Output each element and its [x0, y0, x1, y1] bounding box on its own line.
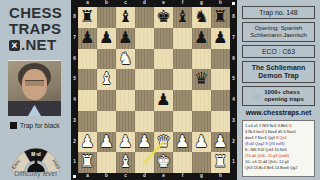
coord-text: 6 [73, 57, 76, 62]
logo-domain: .NET [21, 37, 56, 53]
rank-label-6: 6 [71, 49, 78, 70]
board-corner [230, 173, 237, 180]
move-line: Qh3 13.Bc4 Be6 14.Bxe6 Qg2 [245, 165, 312, 171]
coord-text: 6 [232, 57, 235, 62]
square-f1[interactable] [173, 152, 192, 173]
square-c5[interactable] [116, 69, 135, 90]
black-pawn: ♟ [80, 30, 95, 47]
move-list: 1.e4 e5 2.Nf3 Nc6 3.Bb5 f54.Nc3 fxe4 5.N… [242, 120, 315, 177]
file-label-c: c [116, 173, 135, 180]
rank-label-2: 2 [230, 132, 237, 153]
board-corner [71, 173, 78, 180]
white-pawn: ♟ [175, 134, 190, 151]
move-text: 8.Qe2 [276, 135, 287, 140]
file-label-c: c [116, 0, 135, 7]
rank-label-5: 5 [71, 69, 78, 90]
black-rook: ♜ [213, 9, 228, 26]
square-f4[interactable] [173, 90, 192, 111]
logo-line1: CHESS [9, 5, 62, 21]
square-e8[interactable]: ♚ [154, 7, 173, 28]
square-b1[interactable] [97, 152, 116, 173]
pointer-icon: ☞ [253, 92, 261, 101]
square-d2[interactable]: ♟ [135, 132, 154, 153]
eco-box: ECO : C63 [242, 45, 315, 58]
black-bishop: ♝ [175, 9, 190, 26]
move-text: 4.Nc3 fxe4 5.Nxe4 d5 6.Nxe5 [245, 129, 296, 134]
black-pawn: ♟ [213, 30, 228, 47]
coord-text: h [219, 174, 222, 179]
white-bishop: ♝ [99, 71, 114, 88]
file-label-g: g [192, 173, 211, 180]
move-text: Qh3 13.Bc4 Be6 14.Bxe6 Qg2 [245, 165, 297, 170]
coord-text: 8 [73, 15, 76, 20]
square-a5[interactable] [78, 69, 97, 90]
coord-text: e [162, 1, 165, 6]
square-b6[interactable] [97, 49, 116, 70]
square-e2[interactable]: ♛ [154, 132, 173, 153]
file-label-h: h [211, 0, 230, 7]
square-b8[interactable] [97, 7, 116, 28]
promo-box: ☞ 1000+ chess opening traps [242, 86, 315, 106]
square-a6[interactable] [78, 49, 97, 70]
square-c1[interactable]: ♝ [116, 152, 135, 173]
file-label-a: a [78, 0, 97, 7]
square-a4[interactable] [78, 90, 97, 111]
square-b4[interactable] [97, 90, 116, 111]
promo-line2: opening traps [264, 96, 304, 103]
file-label-g: g [192, 0, 211, 7]
white-king: ♚ [156, 154, 171, 171]
coord-text: 4 [73, 98, 76, 103]
opening-box: Opening: Spanish Schliemann Jaenisch [242, 22, 315, 42]
white-pawn: ♟ [80, 134, 95, 151]
black-square-icon [10, 122, 17, 129]
logo-x-icon: × [9, 40, 20, 51]
white-rook: ♜ [213, 154, 228, 171]
square-a8[interactable]: ♜ [78, 7, 97, 28]
black-pawn: ♟ [194, 30, 209, 47]
square-h5[interactable] [211, 69, 230, 90]
square-h1[interactable]: ♜ [211, 152, 230, 173]
coord-text: 3 [73, 119, 76, 124]
opening-line1: Opening: Spanish [244, 25, 313, 32]
square-f2[interactable]: ♟ [173, 132, 192, 153]
square-a7[interactable]: ♟ [78, 28, 97, 49]
square-c4[interactable] [116, 90, 135, 111]
square-a3[interactable] [78, 111, 97, 132]
video-thumbnail: CHESS TRAPS × .NET Trap for black Easy M… [0, 0, 320, 180]
corner-marker [73, 175, 76, 178]
square-d7[interactable] [135, 28, 154, 49]
coord-text: 2 [73, 140, 76, 145]
coord-text: 3 [232, 119, 235, 124]
square-f8[interactable]: ♝ [173, 7, 192, 28]
square-h2[interactable]: ♟ [211, 132, 230, 153]
difficulty-label: Difficulty level [0, 170, 71, 177]
coord-text: g [200, 1, 203, 6]
white-pawn: ♟ [118, 134, 133, 151]
coord-text: 7 [232, 36, 235, 41]
white-pawn: ♟ [213, 134, 228, 151]
rank-label-1: 1 [71, 152, 78, 173]
trap-side-indicator: Trap for black [10, 122, 60, 129]
square-b5[interactable]: ♝ [97, 69, 116, 90]
white-bishop: ♝ [118, 154, 133, 171]
square-b3[interactable] [97, 111, 116, 132]
move-text: f5 [289, 123, 292, 128]
square-f6[interactable] [173, 49, 192, 70]
coord-text: 4 [232, 98, 235, 103]
opening-line2: Schliemann Jaenisch [244, 32, 313, 39]
left-panel: CHESS TRAPS × .NET Trap for black Easy M… [0, 0, 71, 180]
board-corner [71, 0, 78, 7]
file-label-d: d [135, 173, 154, 180]
square-f7[interactable] [173, 28, 192, 49]
file-label-e: e [154, 173, 173, 180]
rank-label-2: 2 [71, 132, 78, 153]
file-label-d: d [135, 0, 154, 7]
rank-label-7: 7 [71, 28, 78, 49]
coord-text: d [143, 174, 146, 179]
coord-text: c [124, 1, 127, 6]
white-pawn: ♟ [137, 134, 152, 151]
trap-name-line1: The Schliemann [244, 64, 313, 72]
coord-text: f [182, 1, 184, 6]
square-h6[interactable] [211, 49, 230, 70]
square-e5[interactable] [154, 69, 173, 90]
square-e6[interactable] [154, 49, 173, 70]
rank-label-7: 7 [230, 28, 237, 49]
square-d6[interactable] [135, 49, 154, 70]
square-e1[interactable]: ♚ [154, 152, 173, 173]
trap-name-box: The Schliemann Demon Trap [242, 61, 315, 83]
move-text: 8...Nf6 9.f4 Qxf4 10.Ne5 [245, 147, 287, 152]
chess-board: abcdefgh8♜♝♚♝♞♜87♟♟♟♟♟76♞65♝♛54♟4332♟♟♟♟… [71, 0, 237, 180]
promo-line1: 1000+ chess [264, 89, 304, 96]
coord-text: a [86, 1, 89, 6]
coord-text: g [200, 174, 203, 179]
board-corner [230, 0, 237, 7]
file-label-e: e [154, 0, 173, 7]
white-pawn: ♟ [99, 134, 114, 151]
coord-text: b [105, 1, 108, 6]
move-text: (8.d4 Qxg2 9.Qf3 exf3) [245, 141, 285, 146]
square-d1[interactable] [135, 152, 154, 173]
white-rook: ♜ [80, 154, 95, 171]
coord-text: 5 [73, 77, 76, 82]
square-g5[interactable]: ♛ [192, 69, 211, 90]
corner-marker [232, 2, 235, 5]
info-panel: Trap no. 148 Opening: Spanish Schliemann… [237, 0, 320, 180]
rank-label-1: 1 [230, 152, 237, 173]
coord-text: c [124, 174, 127, 179]
move-text: 10...c6 11.d4 Qh4+ 12.g3 [245, 159, 289, 164]
file-label-h: h [211, 173, 230, 180]
square-g4[interactable] [192, 90, 211, 111]
black-king: ♚ [156, 9, 171, 26]
square-e3[interactable] [154, 111, 173, 132]
rank-label-3: 3 [71, 111, 78, 132]
coord-text: h [219, 1, 222, 6]
file-label-f: f [173, 0, 192, 7]
coord-text: 1 [232, 160, 235, 165]
presenter-photo [8, 60, 61, 116]
coord-text: 7 [73, 36, 76, 41]
website-link[interactable]: www.chesstraps.net [242, 109, 315, 117]
square-h4[interactable] [211, 90, 230, 111]
square-h8[interactable]: ♜ [211, 7, 230, 28]
square-c8[interactable]: ♝ [116, 7, 135, 28]
square-g2[interactable]: ♟ [192, 132, 211, 153]
trap-number-box: Trap no. 148 [242, 6, 315, 19]
square-a2[interactable]: ♟ [78, 132, 97, 153]
rank-label-8: 8 [71, 7, 78, 28]
square-b7[interactable]: ♟ [97, 28, 116, 49]
white-queen: ♛ [156, 134, 171, 151]
square-d5[interactable] [135, 69, 154, 90]
black-pawn: ♟ [118, 30, 133, 47]
square-g3[interactable] [192, 111, 211, 132]
black-bishop: ♝ [118, 9, 133, 26]
coord-text: a [86, 174, 89, 179]
photo-glasses [25, 80, 44, 86]
coord-text: b [105, 174, 108, 179]
square-e7[interactable] [154, 28, 173, 49]
square-c2[interactable]: ♟ [116, 132, 135, 153]
square-c3[interactable] [116, 111, 135, 132]
square-f3[interactable] [173, 111, 192, 132]
square-d8[interactable] [135, 7, 154, 28]
square-d4[interactable] [135, 90, 154, 111]
coord-text: d [143, 1, 146, 6]
square-h3[interactable] [211, 111, 230, 132]
file-label-f: f [173, 173, 192, 180]
square-g8[interactable]: ♞ [192, 7, 211, 28]
move-text: dxe4 7.Nxc6 Qg5 [245, 135, 276, 140]
trap-name-line2: Demon Trap [244, 72, 313, 80]
coord-text: 8 [232, 15, 235, 20]
file-label-b: b [97, 0, 116, 7]
black-pawn: ♟ [99, 30, 114, 47]
square-g1[interactable] [192, 152, 211, 173]
rank-label-4: 4 [71, 90, 78, 111]
black-pawn: ♟ [156, 92, 171, 109]
square-h7[interactable]: ♟ [211, 28, 230, 49]
black-rook: ♜ [80, 9, 95, 26]
difficulty-gauge: Easy Med Hard [8, 144, 64, 172]
rank-label-6: 6 [230, 49, 237, 70]
coord-text: f [182, 174, 184, 179]
move-text: 1.e4 e5 2.Nf3 Nc6 3.Bb5 [245, 123, 289, 128]
chesstraps-logo: CHESS TRAPS × .NET [9, 5, 62, 53]
black-queen: ♛ [194, 71, 209, 88]
square-f5[interactable] [173, 69, 192, 90]
white-knight: ♞ [118, 51, 133, 68]
logo-line2: TRAPS [9, 21, 62, 37]
square-d3[interactable] [135, 111, 154, 132]
coord-text: e [162, 174, 165, 179]
rank-label-8: 8 [230, 7, 237, 28]
square-e4[interactable]: ♟ [154, 90, 173, 111]
square-a1[interactable]: ♜ [78, 152, 97, 173]
black-knight: ♞ [194, 9, 209, 26]
square-c6[interactable]: ♞ [116, 49, 135, 70]
square-g6[interactable] [192, 49, 211, 70]
move-text: (10.d4 Qh4+ 11.g3 Qxd4) [245, 153, 289, 158]
square-b2[interactable]: ♟ [97, 132, 116, 153]
square-c7[interactable]: ♟ [116, 28, 135, 49]
square-g7[interactable]: ♟ [192, 28, 211, 49]
file-label-b: b [97, 173, 116, 180]
file-label-a: a [78, 173, 97, 180]
rank-label-5: 5 [230, 69, 237, 90]
trap-side-label: Trap for black [20, 122, 60, 129]
coord-text: 2 [232, 140, 235, 145]
rank-label-3: 3 [230, 111, 237, 132]
coord-text: 5 [232, 77, 235, 82]
coord-text: 1 [73, 160, 76, 165]
rank-label-4: 4 [230, 90, 237, 111]
white-pawn: ♟ [194, 134, 209, 151]
